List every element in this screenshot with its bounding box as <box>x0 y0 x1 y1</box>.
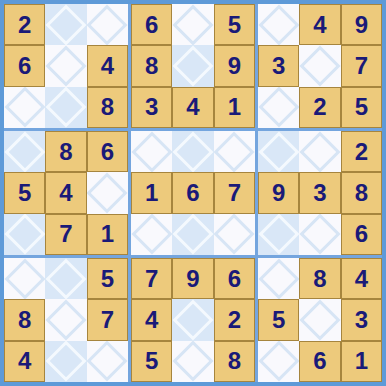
cell-r2c8[interactable] <box>299 45 340 86</box>
cell-r9c6: 8 <box>214 341 255 382</box>
cell-r8c4: 4 <box>131 299 172 340</box>
cell-r9c8: 6 <box>299 341 340 382</box>
cell-r8c9: 3 <box>341 299 382 340</box>
cell-r2c2[interactable] <box>45 45 86 86</box>
cell-r9c5[interactable] <box>172 341 213 382</box>
cell-r5c5: 6 <box>172 172 213 213</box>
cell-r5c1: 5 <box>4 172 45 213</box>
cell-r1c4: 6 <box>131 4 172 45</box>
box-2: 6589341 <box>131 4 255 128</box>
cell-r3c3: 8 <box>87 87 128 128</box>
cell-r1c1: 2 <box>4 4 45 45</box>
cell-r4c1[interactable] <box>4 131 45 172</box>
cell-r8c6: 2 <box>214 299 255 340</box>
cell-r7c1[interactable] <box>4 258 45 299</box>
cell-r9c9: 1 <box>341 341 382 382</box>
cell-r5c9: 8 <box>341 172 382 213</box>
cell-r5c3[interactable] <box>87 172 128 213</box>
cell-r5c4: 1 <box>131 172 172 213</box>
cell-r7c8: 8 <box>299 258 340 299</box>
cell-r5c8: 3 <box>299 172 340 213</box>
cell-r7c5: 9 <box>172 258 213 299</box>
cell-r6c1[interactable] <box>4 214 45 255</box>
cell-r6c3: 1 <box>87 214 128 255</box>
cell-r3c9: 5 <box>341 87 382 128</box>
cell-r2c4: 8 <box>131 45 172 86</box>
cell-r2c3: 4 <box>87 45 128 86</box>
cell-r3c5: 4 <box>172 87 213 128</box>
cell-r9c2[interactable] <box>45 341 86 382</box>
sudoku-board: 2648 6589341 493725 865471 167 29386 587… <box>0 0 386 386</box>
cell-r8c7: 5 <box>258 299 299 340</box>
box-9: 845361 <box>258 258 382 382</box>
cell-r7c7[interactable] <box>258 258 299 299</box>
cell-r4c4[interactable] <box>131 131 172 172</box>
cell-r9c7[interactable] <box>258 341 299 382</box>
box-8: 7964258 <box>131 258 255 382</box>
cell-r2c6: 9 <box>214 45 255 86</box>
cell-r1c2[interactable] <box>45 4 86 45</box>
cell-r4c7[interactable] <box>258 131 299 172</box>
cell-r2c7: 3 <box>258 45 299 86</box>
cell-r3c2[interactable] <box>45 87 86 128</box>
cell-r7c4: 7 <box>131 258 172 299</box>
cell-r6c7[interactable] <box>258 214 299 255</box>
cell-r9c1: 4 <box>4 341 45 382</box>
cell-r8c3: 7 <box>87 299 128 340</box>
cell-r7c3: 5 <box>87 258 128 299</box>
cell-r6c8[interactable] <box>299 214 340 255</box>
cell-r7c2[interactable] <box>45 258 86 299</box>
cell-r4c5[interactable] <box>172 131 213 172</box>
cell-r7c6: 6 <box>214 258 255 299</box>
cell-r4c3: 6 <box>87 131 128 172</box>
cell-r5c6: 7 <box>214 172 255 213</box>
cell-r6c2: 7 <box>45 214 86 255</box>
cell-r4c2: 8 <box>45 131 86 172</box>
cell-r8c8[interactable] <box>299 299 340 340</box>
cell-r6c9: 6 <box>341 214 382 255</box>
cell-r4c8[interactable] <box>299 131 340 172</box>
cell-r1c8: 4 <box>299 4 340 45</box>
cell-r4c6[interactable] <box>214 131 255 172</box>
cell-r1c9: 9 <box>341 4 382 45</box>
cell-r2c9: 7 <box>341 45 382 86</box>
cell-r1c7[interactable] <box>258 4 299 45</box>
cell-r3c1[interactable] <box>4 87 45 128</box>
box-1: 2648 <box>4 4 128 128</box>
cell-r3c8: 2 <box>299 87 340 128</box>
cell-r2c1: 6 <box>4 45 45 86</box>
cell-r3c7[interactable] <box>258 87 299 128</box>
cell-r3c4: 3 <box>131 87 172 128</box>
box-3: 493725 <box>258 4 382 128</box>
cell-r7c9: 4 <box>341 258 382 299</box>
cell-r8c1: 8 <box>4 299 45 340</box>
box-4: 865471 <box>4 131 128 255</box>
box-6: 29386 <box>258 131 382 255</box>
cell-r9c4: 5 <box>131 341 172 382</box>
box-7: 5874 <box>4 258 128 382</box>
cell-r8c5[interactable] <box>172 299 213 340</box>
cell-r1c6: 5 <box>214 4 255 45</box>
cell-r3c6: 1 <box>214 87 255 128</box>
cell-r2c5[interactable] <box>172 45 213 86</box>
cell-r6c6[interactable] <box>214 214 255 255</box>
cell-r8c2[interactable] <box>45 299 86 340</box>
cell-r1c3[interactable] <box>87 4 128 45</box>
box-5: 167 <box>131 131 255 255</box>
cell-r6c5[interactable] <box>172 214 213 255</box>
cell-r9c3[interactable] <box>87 341 128 382</box>
cell-r6c4[interactable] <box>131 214 172 255</box>
cell-r4c9: 2 <box>341 131 382 172</box>
cell-r1c5[interactable] <box>172 4 213 45</box>
cell-r5c2: 4 <box>45 172 86 213</box>
cell-r5c7: 9 <box>258 172 299 213</box>
